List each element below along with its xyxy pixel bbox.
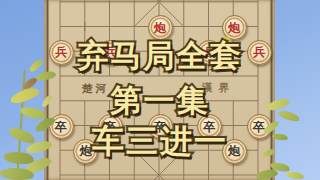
red-cannon-character: 炮 bbox=[228, 22, 240, 34]
video-frame: 楚河 漢界 炮炮兵兵兵兵兵卒卒卒卒卒炮炮 弃马局全套 第一集 车三进一 bbox=[0, 0, 320, 180]
red-cannon-character: 炮 bbox=[154, 22, 166, 34]
title-line-1: 弃马局全套 bbox=[0, 35, 320, 77]
title-line-2: 第一集 bbox=[0, 80, 320, 122]
title-line-3: 车三进一 bbox=[0, 120, 320, 164]
